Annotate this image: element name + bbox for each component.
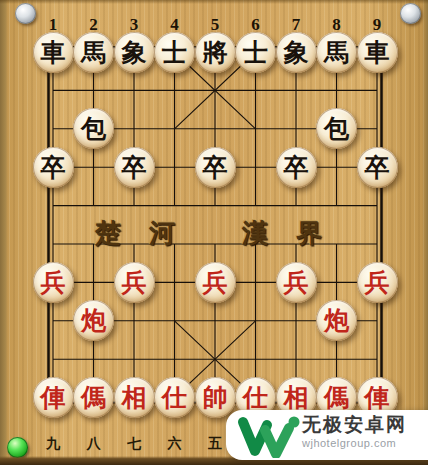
watermark-site-url: wjhotelgroup.com: [302, 438, 407, 449]
file-label-bottom-5: 五: [208, 435, 222, 453]
piece-glyph: 俥: [41, 385, 66, 410]
file-label-bottom-4: 六: [168, 435, 182, 453]
corner-pin-icon: [400, 3, 421, 24]
piece-glyph: 馬: [81, 40, 106, 65]
piece-red-cannon[interactable]: 炮: [73, 300, 114, 341]
piece-glyph: 車: [41, 40, 66, 65]
board-edge: [0, 0, 428, 4]
piece-red-soldier[interactable]: 兵: [33, 262, 74, 303]
piece-glyph: 相: [122, 385, 147, 410]
piece-glyph: 炮: [324, 308, 349, 333]
watermark: 无极安卓网 wjhotelgroup.com: [226, 410, 428, 460]
piece-black-soldier[interactable]: 卒: [114, 147, 155, 188]
piece-glyph: 兵: [284, 270, 309, 295]
piece-black-horse[interactable]: 馬: [73, 32, 114, 73]
piece-black-soldier[interactable]: 卒: [195, 147, 236, 188]
piece-glyph: 包: [81, 116, 106, 141]
piece-red-soldier[interactable]: 兵: [195, 262, 236, 303]
piece-black-elephant[interactable]: 象: [276, 32, 317, 73]
piece-black-soldier[interactable]: 卒: [357, 147, 398, 188]
piece-red-soldier[interactable]: 兵: [357, 262, 398, 303]
piece-glyph: 卒: [284, 155, 309, 180]
watermark-logo-icon: [236, 414, 300, 458]
piece-red-horse[interactable]: 傌: [73, 377, 114, 418]
river-text-right: 漢界: [214, 216, 350, 251]
piece-glyph: 車: [365, 40, 390, 65]
piece-glyph: 相: [284, 385, 309, 410]
piece-black-soldier[interactable]: 卒: [33, 147, 74, 188]
piece-glyph: 卒: [122, 155, 147, 180]
file-label-bottom-3: 七: [127, 435, 141, 453]
piece-red-cannon[interactable]: 炮: [316, 300, 357, 341]
piece-black-general[interactable]: 將: [195, 32, 236, 73]
piece-black-horse[interactable]: 馬: [316, 32, 357, 73]
piece-glyph: 兵: [41, 270, 66, 295]
piece-black-rook[interactable]: 車: [357, 32, 398, 73]
piece-glyph: 帥: [203, 385, 228, 410]
piece-red-advisor[interactable]: 仕: [154, 377, 195, 418]
piece-glyph: 炮: [81, 308, 106, 333]
piece-glyph: 士: [162, 40, 187, 65]
piece-red-rook[interactable]: 俥: [33, 377, 74, 418]
piece-black-elephant[interactable]: 象: [114, 32, 155, 73]
green-corner-pin-icon: [7, 437, 28, 458]
piece-red-general[interactable]: 帥: [195, 377, 236, 418]
piece-black-cannon[interactable]: 包: [316, 108, 357, 149]
watermark-site-name: 无极安卓网: [302, 415, 407, 434]
piece-glyph: 卒: [203, 155, 228, 180]
piece-glyph: 仕: [243, 385, 268, 410]
piece-glyph: 傌: [81, 385, 106, 410]
piece-red-soldier[interactable]: 兵: [276, 262, 317, 303]
board-edge: [0, 0, 8, 465]
piece-black-soldier[interactable]: 卒: [276, 147, 317, 188]
corner-pin-icon: [15, 3, 36, 24]
piece-black-cannon[interactable]: 包: [73, 108, 114, 149]
piece-glyph: 俥: [365, 385, 390, 410]
piece-black-advisor[interactable]: 士: [235, 32, 276, 73]
piece-glyph: 傌: [324, 385, 349, 410]
piece-glyph: 包: [324, 116, 349, 141]
piece-glyph: 士: [243, 40, 268, 65]
xiangqi-board: 楚河 漢界 123456789九八七六五四三二一 車馬象士將士象馬車包包卒卒卒卒…: [0, 0, 428, 465]
piece-glyph: 卒: [41, 155, 66, 180]
piece-glyph: 馬: [324, 40, 349, 65]
file-label-bottom-2: 八: [87, 435, 101, 453]
piece-glyph: 卒: [365, 155, 390, 180]
piece-glyph: 兵: [365, 270, 390, 295]
piece-black-advisor[interactable]: 士: [154, 32, 195, 73]
piece-black-rook[interactable]: 車: [33, 32, 74, 73]
piece-red-elephant[interactable]: 相: [114, 377, 155, 418]
piece-glyph: 將: [203, 40, 228, 65]
piece-red-soldier[interactable]: 兵: [114, 262, 155, 303]
piece-glyph: 仕: [162, 385, 187, 410]
file-label-bottom-1: 九: [46, 435, 60, 453]
board-edge: [422, 0, 428, 465]
piece-glyph: 兵: [203, 270, 228, 295]
river-text-left: 楚河: [67, 216, 203, 251]
piece-glyph: 兵: [122, 270, 147, 295]
piece-glyph: 象: [284, 40, 309, 65]
piece-glyph: 象: [122, 40, 147, 65]
